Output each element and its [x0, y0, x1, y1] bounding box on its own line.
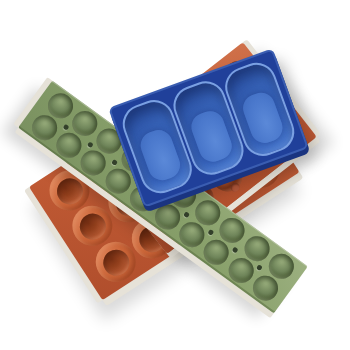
peg-hole	[232, 246, 239, 253]
peg-hole	[87, 141, 94, 148]
peg-hole	[256, 264, 263, 271]
mancala-set-photo	[0, 0, 350, 350]
peg-hole	[184, 211, 191, 218]
peg-hole	[63, 123, 70, 130]
peg-hole	[208, 228, 215, 235]
peg-hole	[111, 158, 118, 165]
